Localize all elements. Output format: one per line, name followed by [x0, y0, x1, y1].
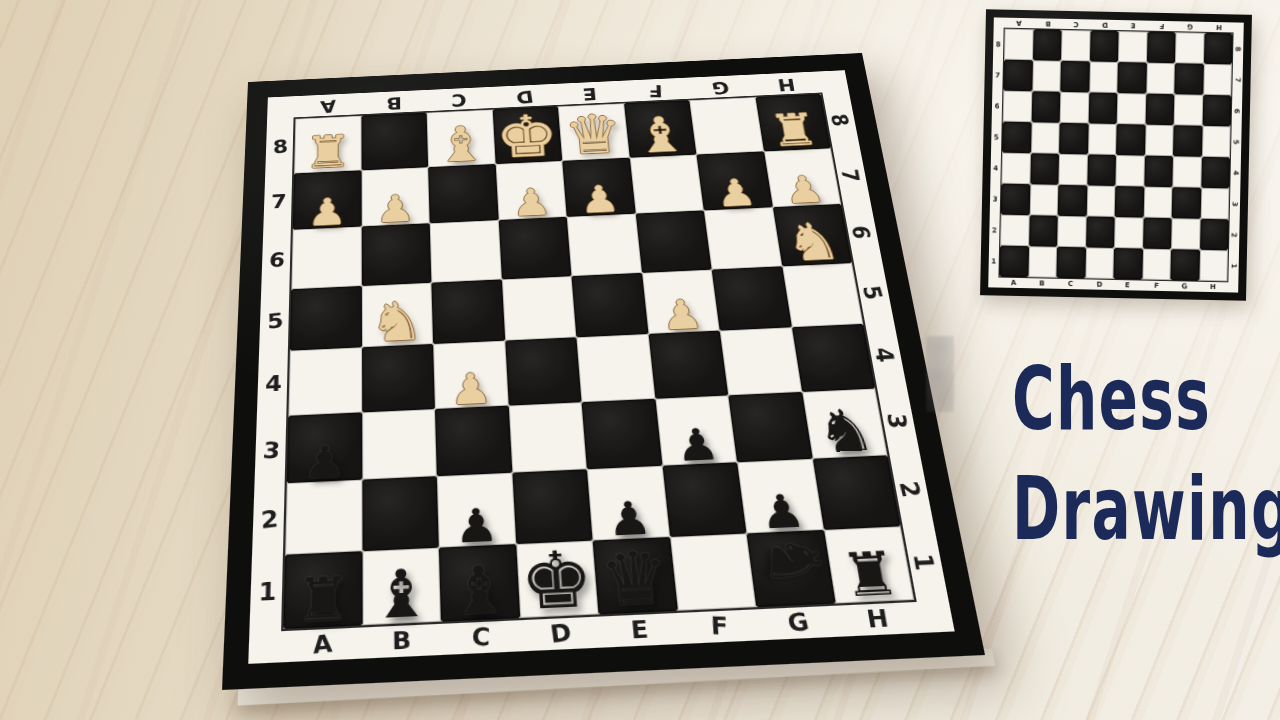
file-label-h: H [836, 602, 921, 637]
square-g7 [1174, 63, 1203, 95]
file-label-d: D [1085, 279, 1114, 290]
square-d8: ♚ [492, 106, 562, 163]
square-b7 [1032, 60, 1061, 92]
black-pawn-e2: ♟ [605, 494, 654, 542]
square-d3 [1086, 185, 1115, 217]
black-pawn-f3: ♟ [673, 422, 722, 468]
square-e1 [1113, 248, 1142, 280]
square-e2: ♟ [587, 466, 670, 540]
rank-label-7: 7 [992, 59, 1003, 90]
square-f3: ♟ [655, 395, 737, 466]
square-a7: ♟ [293, 170, 361, 230]
rank-label-4: 4 [990, 152, 1001, 183]
white-queen-e8: ♛ [562, 107, 625, 163]
rank-label-4: 4 [258, 351, 289, 417]
square-f3 [1143, 187, 1172, 219]
square-d8 [1089, 30, 1118, 62]
file-label-b: B [361, 91, 427, 115]
white-pawn-g7: ♟ [713, 174, 758, 213]
square-e6 [567, 214, 642, 276]
square-f6 [1145, 94, 1174, 126]
square-a5 [1002, 122, 1031, 154]
square-e6 [1117, 93, 1146, 125]
square-f7 [629, 154, 704, 213]
rank-label-3: 3 [253, 416, 290, 484]
file-label-e: E [1113, 280, 1142, 291]
square-b3 [362, 409, 437, 480]
square-f1 [1142, 249, 1171, 281]
rank-label-2: 2 [253, 482, 287, 556]
file-label-a: A [282, 625, 363, 665]
file-label-g: G [756, 603, 841, 643]
square-a7 [1003, 60, 1032, 92]
square-e3 [582, 398, 662, 469]
rank-label-5: 5 [991, 121, 1003, 152]
file-label-c: C [1056, 278, 1085, 291]
rank-label-7: 7 [814, 162, 886, 188]
square-e2 [1114, 217, 1143, 249]
white-pawn-e7: ♟ [578, 180, 621, 219]
inset-paper-margin: ABCDEFGH ABCDEFGH 87654321 87654321 [988, 17, 1244, 292]
rank-label-2: 2 [1219, 229, 1250, 241]
square-b8 [1032, 29, 1061, 61]
inset-chessboard-squares [999, 29, 1232, 282]
file-label-h: H [1199, 282, 1228, 293]
square-g8 [689, 97, 763, 154]
file-label-h: H [752, 72, 821, 96]
black-knight-g1: ♞ [760, 530, 830, 595]
square-c7 [1060, 61, 1089, 93]
square-d4 [1087, 154, 1116, 186]
black-queen-e1: ♛ [598, 541, 673, 617]
square-d5 [1088, 123, 1117, 155]
rank-label-2: 2 [989, 214, 1001, 245]
rank-label-4: 4 [1220, 168, 1251, 179]
square-b7: ♟ [361, 167, 430, 227]
white-pawn-c4: ♟ [449, 367, 493, 411]
file-label-f: F [1147, 20, 1176, 33]
rank-label-3: 3 [989, 183, 1002, 215]
file-label-e: E [556, 82, 623, 106]
square-g1: ♞ [746, 529, 835, 607]
square-e4 [576, 334, 654, 402]
square-e7: ♟ [562, 157, 635, 217]
square-d1: ♚ [516, 540, 599, 618]
white-bishop-f8: ♝ [632, 109, 690, 159]
file-label-g: G [1175, 21, 1204, 32]
black-pawn-a3: ♟ [302, 439, 346, 485]
rank-label-8: 8 [993, 28, 1005, 59]
square-c7 [428, 164, 498, 224]
square-d7 [1089, 61, 1118, 93]
rank-label-5: 5 [1221, 136, 1252, 148]
square-d2 [512, 469, 593, 543]
square-g6 [1174, 94, 1203, 126]
white-rook-a8: ♜ [303, 129, 351, 175]
square-d1 [1085, 247, 1114, 279]
square-a1 [999, 246, 1028, 278]
square-e4 [1115, 155, 1144, 187]
square-d6 [498, 217, 571, 279]
rank-label-1: 1 [1218, 261, 1249, 272]
square-g5 [1173, 125, 1202, 157]
file-label-b: B [1028, 278, 1057, 289]
square-b4 [362, 344, 435, 412]
square-c3 [1058, 185, 1087, 217]
square-f2 [662, 462, 746, 536]
square-a2 [1000, 215, 1029, 247]
rank-label-6: 6 [825, 220, 898, 244]
rank-label-8: 8 [1223, 43, 1254, 55]
square-g6 [704, 207, 782, 269]
white-bishop-c8: ♝ [434, 119, 488, 169]
square-a5 [290, 286, 362, 351]
square-c4: ♟ [433, 341, 508, 409]
pencil-smudge [926, 336, 954, 412]
rank-label-6: 6 [991, 90, 1004, 122]
square-d7: ♟ [495, 160, 567, 220]
square-b3 [1029, 184, 1058, 216]
file-label-a: A [1005, 17, 1034, 28]
square-c8 [1061, 30, 1090, 62]
square-e5 [1116, 124, 1145, 156]
square-b1: ♝ [362, 547, 441, 625]
square-f7 [1146, 63, 1175, 95]
square-c8: ♝ [427, 110, 496, 167]
square-g3 [1172, 187, 1201, 219]
square-a6 [291, 226, 361, 288]
square-c1 [1056, 247, 1085, 279]
black-bishop-b1: ♝ [370, 560, 432, 629]
file-label-h: H [1204, 22, 1233, 33]
square-d4 [505, 337, 582, 405]
square-e1: ♛ [593, 536, 678, 614]
square-g8 [1175, 32, 1204, 64]
file-label-f: F [622, 80, 688, 102]
square-g4 [1172, 156, 1201, 188]
rank-label-7: 7 [264, 173, 293, 231]
square-f6 [635, 210, 711, 272]
square-a2 [285, 480, 362, 555]
square-a3 [1001, 184, 1030, 216]
file-label-c: C [441, 621, 521, 654]
rank-label-4: 4 [846, 340, 923, 369]
file-label-f: F [679, 610, 760, 643]
square-c4 [1058, 154, 1087, 186]
square-c5 [1059, 123, 1088, 155]
file-label-a: A [999, 277, 1028, 288]
square-f8 [1146, 32, 1175, 64]
square-a1: ♜ [283, 551, 362, 629]
square-f5 [1144, 125, 1173, 157]
square-e8: ♛ [558, 103, 629, 160]
square-c3 [435, 405, 512, 476]
square-b5: ♞ [361, 282, 433, 347]
square-f2 [1143, 218, 1172, 250]
square-a6 [1003, 91, 1032, 123]
rank-label-1: 1 [882, 545, 966, 578]
square-c6 [1060, 92, 1089, 124]
white-knight-b5: ♞ [369, 294, 425, 350]
hand-drawn-chessboard-photo: ABCDEFGH ABCDEFGH 87654321 87654321 ♜♝♚♛… [222, 53, 985, 690]
square-c1: ♝ [439, 544, 520, 622]
file-label-b: B [1033, 18, 1062, 29]
square-b8 [361, 113, 428, 170]
black-bishop-c1: ♝ [447, 556, 511, 625]
rank-label-8: 8 [266, 118, 296, 175]
file-label-c: C [1061, 18, 1090, 31]
title-line-2: Drawing [1012, 450, 1280, 560]
square-b2 [1029, 215, 1058, 247]
square-a8 [1004, 29, 1033, 61]
square-f4 [648, 331, 728, 399]
inset-outer-black-border: ABCDEFGH ABCDEFGH 87654321 87654321 [980, 9, 1252, 301]
square-e7 [1117, 62, 1146, 94]
file-label-d: D [1090, 19, 1119, 30]
square-b4 [1030, 153, 1059, 185]
square-b6 [361, 223, 431, 285]
white-pawn-f5: ♟ [659, 294, 705, 336]
file-label-e: E [599, 613, 681, 648]
chess-drawing-thumbnail: ABCDEFGH ABCDEFGH 87654321 87654321 ♜♝♚♛… [0, 0, 1280, 720]
white-pawn-b7: ♟ [375, 190, 415, 229]
square-c6 [430, 220, 502, 282]
square-g4 [720, 327, 802, 395]
square-g5 [712, 266, 792, 331]
rank-label-5: 5 [260, 288, 292, 353]
square-e5 [571, 272, 648, 337]
square-f8: ♝ [624, 100, 697, 157]
inset-finished-drawing-photo: ABCDEFGH ABCDEFGH 87654321 87654321 [980, 9, 1252, 301]
video-title: Chess Drawing [1012, 340, 1280, 560]
file-label-c: C [426, 89, 492, 111]
square-c5 [431, 279, 504, 344]
black-rook-a1: ♜ [294, 569, 351, 632]
square-b1 [1028, 246, 1057, 278]
file-label-g: G [1170, 281, 1199, 292]
square-d6 [1088, 92, 1117, 124]
square-f1 [670, 533, 757, 611]
rank-label-7: 7 [1222, 75, 1253, 86]
white-pawn-d7: ♟ [511, 183, 553, 222]
square-a4 [1001, 153, 1030, 185]
square-a8: ♜ [294, 116, 361, 173]
black-king-d1: ♚ [518, 540, 597, 622]
square-g7: ♟ [696, 151, 772, 210]
rank-label-1: 1 [988, 245, 999, 276]
square-f4 [1144, 156, 1173, 188]
title-line-1: Chess [1012, 340, 1280, 450]
file-label-d: D [519, 614, 602, 654]
square-g1 [1170, 249, 1199, 281]
rank-label-6: 6 [260, 230, 294, 290]
square-e3 [1115, 186, 1144, 218]
file-label-e: E [1119, 20, 1148, 31]
board-outer-black-border: ABCDEFGH ABCDEFGH 87654321 87654321 ♜♝♚♛… [222, 53, 985, 690]
white-king-d8: ♚ [494, 106, 560, 166]
square-a4 [288, 347, 361, 415]
square-f5: ♟ [642, 269, 720, 334]
square-e8 [1118, 31, 1147, 63]
square-b5 [1031, 122, 1060, 154]
white-pawn-a7: ♟ [307, 193, 347, 232]
square-b2 [362, 476, 439, 551]
file-label-b: B [362, 624, 442, 659]
square-g3 [728, 391, 812, 462]
black-pawn-c2: ♟ [453, 501, 499, 549]
square-b6 [1031, 91, 1060, 123]
square-d5 [501, 276, 576, 341]
square-c2 [1057, 216, 1086, 248]
file-label-f: F [1141, 280, 1170, 293]
square-d2 [1086, 216, 1115, 248]
square-g2 [1171, 218, 1200, 250]
square-a3: ♟ [287, 412, 362, 483]
square-d3 [508, 402, 587, 473]
rank-label-3: 3 [858, 406, 936, 434]
rank-label-1: 1 [251, 554, 284, 630]
square-g2: ♟ [737, 459, 823, 533]
square-c2: ♟ [437, 473, 516, 547]
black-pawn-g2: ♟ [757, 487, 808, 535]
board-paper-margin: ABCDEFGH ABCDEFGH 87654321 87654321 ♜♝♚♛… [248, 70, 954, 664]
